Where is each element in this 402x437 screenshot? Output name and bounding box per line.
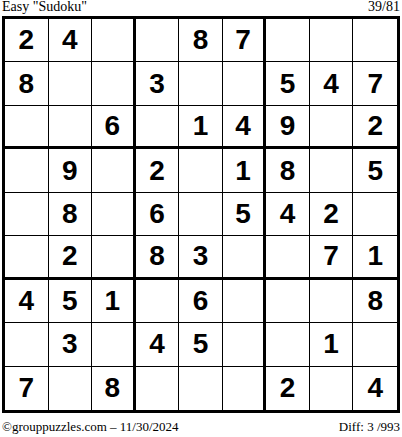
given-digit: 8: [105, 372, 121, 404]
given-digit: 4: [18, 285, 34, 317]
cell-r6c6[interactable]: [223, 236, 267, 279]
cell-r6c9: 1: [353, 236, 397, 279]
cell-r7c6[interactable]: [223, 280, 267, 323]
cell-r7c5: 6: [179, 280, 223, 323]
cell-r2c2[interactable]: [49, 62, 93, 105]
cell-r6c5: 3: [179, 236, 223, 279]
cell-r8c6[interactable]: [223, 323, 267, 366]
given-digit: 1: [235, 155, 251, 187]
given-digit: 2: [323, 198, 339, 230]
cell-r3c8[interactable]: [310, 106, 354, 149]
cell-r4c5[interactable]: [179, 149, 223, 192]
given-digit: 4: [235, 110, 251, 142]
cell-r3c9: 2: [353, 106, 397, 149]
cell-r7c7[interactable]: [266, 280, 310, 323]
cell-r9c5[interactable]: [179, 367, 223, 410]
given-digit: 2: [62, 240, 78, 272]
given-digit: 2: [280, 372, 296, 404]
given-digit: 5: [62, 285, 78, 317]
cell-r2c6[interactable]: [223, 62, 267, 105]
cell-r8c2: 3: [49, 323, 93, 366]
cell-r3c2[interactable]: [49, 106, 93, 149]
cell-r3c6: 4: [223, 106, 267, 149]
cell-r3c1[interactable]: [5, 106, 49, 149]
difficulty-text: Diff: 3 /993: [339, 420, 400, 434]
cell-r7c8[interactable]: [310, 280, 354, 323]
cell-r8c3[interactable]: [92, 323, 136, 366]
given-digit: 6: [193, 285, 209, 317]
cell-r6c3[interactable]: [92, 236, 136, 279]
cell-r2c1: 8: [5, 62, 49, 105]
given-digit: 5: [280, 68, 296, 100]
cell-r3c7: 9: [266, 106, 310, 149]
cell-r4c7: 8: [266, 149, 310, 192]
cell-r4c4: 2: [136, 149, 180, 192]
cell-r2c7: 5: [266, 62, 310, 105]
cell-r5c1[interactable]: [5, 193, 49, 236]
cell-r7c9: 8: [353, 280, 397, 323]
given-digit: 4: [149, 328, 165, 360]
given-digit: 8: [193, 24, 209, 56]
copyright-text: ©grouppuzzles.com – 11/30/2024: [2, 420, 179, 434]
given-digit: 1: [323, 328, 339, 360]
cell-r6c2: 2: [49, 236, 93, 279]
cell-r5c3[interactable]: [92, 193, 136, 236]
given-digit: 5: [193, 328, 209, 360]
cell-r9c3: 8: [92, 367, 136, 410]
given-digit: 5: [367, 155, 383, 187]
cell-r5c2: 8: [49, 193, 93, 236]
cell-r8c1[interactable]: [5, 323, 49, 366]
given-digit: 7: [323, 240, 339, 272]
given-digit: 2: [149, 155, 165, 187]
cell-r1c5: 8: [179, 19, 223, 62]
cell-r9c7: 2: [266, 367, 310, 410]
cell-r5c9[interactable]: [353, 193, 397, 236]
given-digit: 2: [367, 110, 383, 142]
cell-r7c1: 4: [5, 280, 49, 323]
given-digit: 8: [367, 285, 383, 317]
cell-r4c3[interactable]: [92, 149, 136, 192]
given-digit: 1: [105, 285, 121, 317]
cell-r4c6: 1: [223, 149, 267, 192]
given-digit: 7: [367, 68, 383, 100]
cell-r1c6: 7: [223, 19, 267, 62]
cell-r8c4: 4: [136, 323, 180, 366]
given-digit: 4: [280, 198, 296, 230]
cell-r2c8: 4: [310, 62, 354, 105]
cell-r3c3: 6: [92, 106, 136, 149]
cell-r6c7[interactable]: [266, 236, 310, 279]
cell-r9c4[interactable]: [136, 367, 180, 410]
cell-r1c9[interactable]: [353, 19, 397, 62]
cell-r4c1[interactable]: [5, 149, 49, 192]
puzzle-title: Easy "Sudoku": [2, 0, 87, 14]
given-digit: 2: [18, 24, 34, 56]
given-digit: 8: [62, 198, 78, 230]
page-header: Easy "Sudoku" 39/81: [2, 0, 400, 15]
given-digit: 8: [18, 68, 34, 100]
given-digit: 3: [62, 328, 78, 360]
given-digit: 4: [62, 24, 78, 56]
cell-r9c6[interactable]: [223, 367, 267, 410]
cell-r1c1: 2: [5, 19, 49, 62]
given-digit: 1: [193, 110, 209, 142]
cell-r9c9: 4: [353, 367, 397, 410]
cell-r8c9[interactable]: [353, 323, 397, 366]
given-digit: 7: [18, 372, 34, 404]
sudoku-board: 2487835476149292185865422837145168345178…: [2, 16, 400, 413]
cell-r7c4[interactable]: [136, 280, 180, 323]
cell-r5c6: 5: [223, 193, 267, 236]
cell-r1c7[interactable]: [266, 19, 310, 62]
cell-r2c3[interactable]: [92, 62, 136, 105]
given-digit: 7: [235, 24, 251, 56]
given-digit: 5: [235, 198, 251, 230]
cell-r1c4[interactable]: [136, 19, 180, 62]
cell-r5c4: 6: [136, 193, 180, 236]
given-digit: 3: [149, 68, 165, 100]
given-digit: 8: [149, 240, 165, 272]
given-digit: 1: [367, 240, 383, 272]
given-digit: 9: [62, 155, 78, 187]
cell-r2c4: 3: [136, 62, 180, 105]
cell-r9c1: 7: [5, 367, 49, 410]
cell-r6c8: 7: [310, 236, 354, 279]
cell-r3c5: 1: [179, 106, 223, 149]
cell-r3c4[interactable]: [136, 106, 180, 149]
given-digit: 4: [323, 68, 339, 100]
page-footer: ©grouppuzzles.com – 11/30/2024 Diff: 3 /…: [2, 420, 400, 434]
given-digit: 3: [193, 240, 209, 272]
cell-r4c8[interactable]: [310, 149, 354, 192]
sudoku-page: Easy "Sudoku" 39/81 24878354761492921858…: [0, 0, 402, 437]
given-digit: 9: [280, 110, 296, 142]
cell-r8c5: 5: [179, 323, 223, 366]
cell-r9c2[interactable]: [49, 367, 93, 410]
cell-r2c5[interactable]: [179, 62, 223, 105]
cell-r6c1[interactable]: [5, 236, 49, 279]
cell-r5c5[interactable]: [179, 193, 223, 236]
cell-r5c8: 2: [310, 193, 354, 236]
cell-r4c9: 5: [353, 149, 397, 192]
cell-r4c2: 9: [49, 149, 93, 192]
cell-r8c7[interactable]: [266, 323, 310, 366]
cell-r2c9: 7: [353, 62, 397, 105]
cells-remaining-counter: 39/81: [368, 0, 400, 14]
cell-r1c3[interactable]: [92, 19, 136, 62]
cell-r7c3: 1: [92, 280, 136, 323]
cell-r6c4: 8: [136, 236, 180, 279]
given-digit: 4: [367, 372, 383, 404]
cell-r5c7: 4: [266, 193, 310, 236]
cell-r1c2: 4: [49, 19, 93, 62]
cell-r9c8[interactable]: [310, 367, 354, 410]
given-digit: 6: [149, 198, 165, 230]
given-digit: 8: [280, 155, 296, 187]
given-digit: 6: [105, 110, 121, 142]
cell-r7c2: 5: [49, 280, 93, 323]
cell-r1c8[interactable]: [310, 19, 354, 62]
cell-r8c8: 1: [310, 323, 354, 366]
